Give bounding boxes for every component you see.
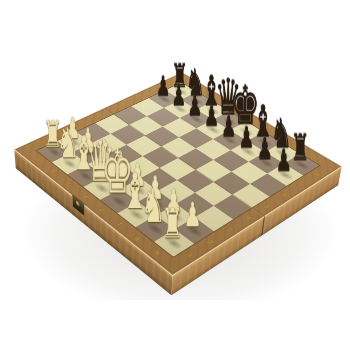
chess-set-photo[interactable]: aabbccddeeffgghh8877665544332211 ♜♞♝♛♚♝♞… (0, 0, 350, 350)
folding-chess-board: aabbccddeeffgghh8877665544332211 ♜♞♝♛♚♝♞… (14, 72, 342, 275)
scene: aabbccddeeffgghh8877665544332211 ♜♞♝♛♚♝♞… (0, 0, 350, 350)
black-pawn-glyph: ♟ (266, 145, 303, 176)
white-rook-glyph: ♜ (152, 203, 193, 244)
